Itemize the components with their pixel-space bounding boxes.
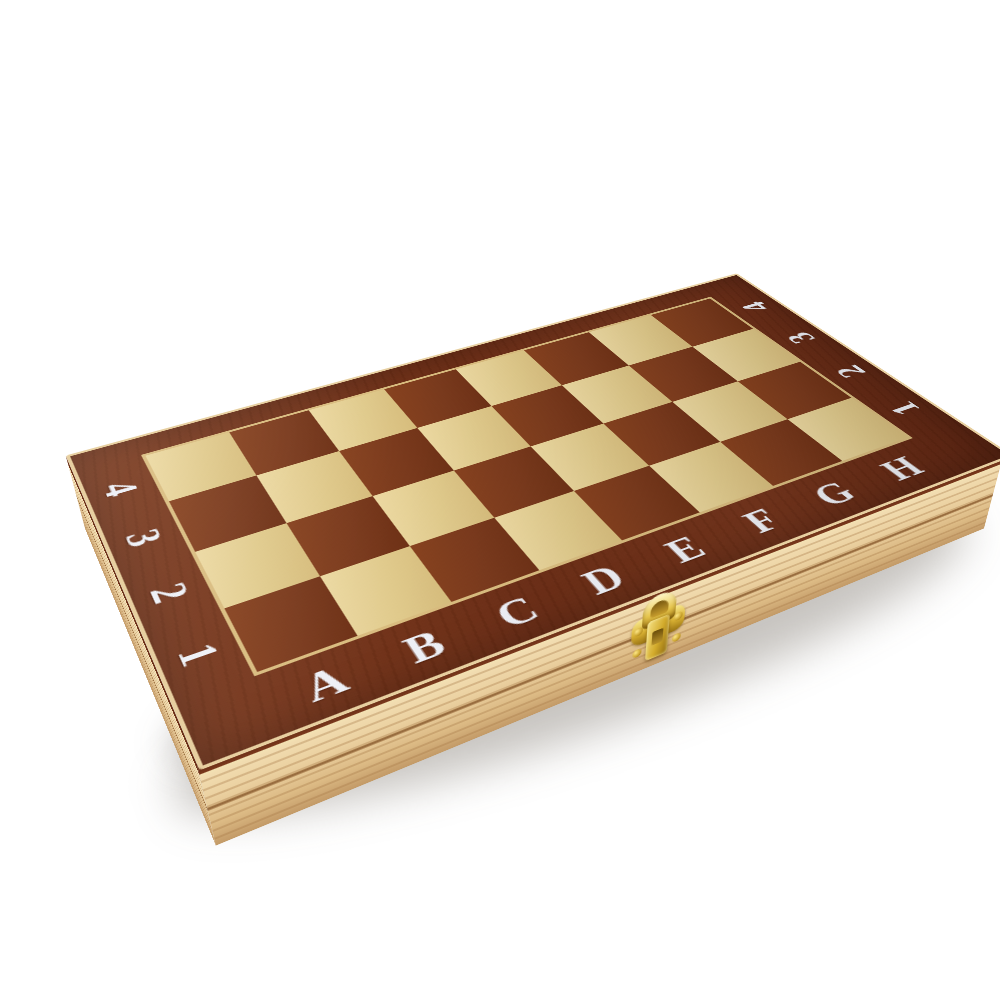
square-e1 bbox=[574, 466, 700, 541]
product-photo: 43214321ABCDEFGH bbox=[0, 0, 1000, 1000]
file-label: H bbox=[873, 452, 932, 485]
square-a2 bbox=[195, 523, 320, 608]
folded-chess-box: 43214321ABCDEFGH bbox=[66, 275, 1000, 764]
chessboard-grid bbox=[145, 299, 907, 672]
rank-label-right: 3 bbox=[780, 329, 821, 346]
square-a3 bbox=[169, 475, 287, 551]
rank-label-left: 3 bbox=[117, 524, 170, 551]
square-a1 bbox=[224, 576, 357, 672]
rank-label-left: 1 bbox=[169, 637, 228, 671]
square-b1 bbox=[320, 546, 451, 636]
file-label: D bbox=[574, 559, 632, 600]
square-b3 bbox=[256, 451, 372, 523]
clasp-screw bbox=[672, 632, 681, 643]
file-label: E bbox=[657, 530, 713, 568]
rank-label-right: 4 bbox=[735, 299, 774, 314]
file-label: F bbox=[735, 503, 788, 538]
square-d1 bbox=[494, 491, 622, 570]
clasp-screw bbox=[632, 648, 641, 659]
square-c2 bbox=[373, 471, 495, 547]
inlay-frame bbox=[141, 297, 913, 677]
rank-label-right: 2 bbox=[829, 362, 871, 380]
rank-label-right: 1 bbox=[882, 398, 926, 418]
file-label: A bbox=[296, 658, 355, 708]
square-c1 bbox=[410, 518, 540, 602]
scene: 43214321ABCDEFGH bbox=[187, 263, 883, 647]
square-b2 bbox=[287, 496, 410, 576]
rank-label-left: 2 bbox=[141, 578, 197, 608]
square-d2 bbox=[454, 446, 574, 517]
file-label: G bbox=[804, 476, 863, 511]
file-label: B bbox=[396, 624, 452, 670]
file-label: C bbox=[488, 590, 547, 634]
rank-label-left: 4 bbox=[95, 476, 145, 500]
